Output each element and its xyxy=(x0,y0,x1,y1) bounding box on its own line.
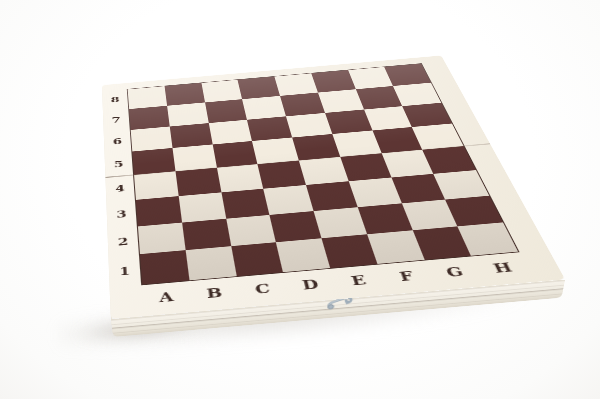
chess-board: 87654321 ABCDEFGH xyxy=(102,55,565,319)
square-d4[interactable] xyxy=(258,161,306,189)
square-f1[interactable] xyxy=(367,230,424,263)
board-rotation-wrapper: 87654321 ABCDEFGH xyxy=(89,0,512,379)
square-h3[interactable] xyxy=(433,170,489,199)
square-a4[interactable] xyxy=(134,171,178,199)
perspective-scene: 87654321 ABCDEFGH xyxy=(89,0,512,379)
square-c2[interactable] xyxy=(226,215,276,247)
square-h4[interactable] xyxy=(422,146,476,174)
rank-label-7: 7 xyxy=(103,109,130,132)
file-label-g: G xyxy=(425,256,485,287)
rank-label-3: 3 xyxy=(106,200,136,229)
square-e2[interactable] xyxy=(313,207,366,239)
photo-stage: 87654321 ABCDEFGH xyxy=(0,0,600,399)
square-g1[interactable] xyxy=(412,227,471,260)
square-b3[interactable] xyxy=(178,192,225,222)
file-label-a: A xyxy=(141,281,192,313)
square-g3[interactable] xyxy=(391,174,445,203)
square-d2[interactable] xyxy=(270,211,322,243)
square-e3[interactable] xyxy=(306,181,357,211)
latch-hook-icon xyxy=(324,290,362,316)
file-label-h: H xyxy=(472,252,533,283)
rank-label-4: 4 xyxy=(105,175,134,202)
rank-label-6: 6 xyxy=(104,129,132,153)
file-label-c: C xyxy=(236,273,290,305)
square-a2[interactable] xyxy=(138,222,185,254)
board-top-surface: 87654321 ABCDEFGH xyxy=(102,55,565,319)
square-f3[interactable] xyxy=(348,177,401,207)
square-d3[interactable] xyxy=(263,185,313,215)
square-a1[interactable] xyxy=(140,250,189,284)
square-a3[interactable] xyxy=(136,196,182,226)
square-f2[interactable] xyxy=(357,203,412,234)
square-c1[interactable] xyxy=(231,242,283,276)
square-b1[interactable] xyxy=(185,246,236,280)
square-g2[interactable] xyxy=(401,199,457,230)
square-c3[interactable] xyxy=(221,189,270,219)
rank-label-1: 1 xyxy=(108,255,141,288)
rank-label-2: 2 xyxy=(107,227,139,258)
square-c4[interactable] xyxy=(216,164,263,192)
file-label-f: F xyxy=(378,261,436,292)
square-h1[interactable] xyxy=(458,223,518,256)
rank-label-5: 5 xyxy=(105,152,134,178)
square-e1[interactable] xyxy=(322,234,378,268)
square-d1[interactable] xyxy=(276,238,330,272)
rank-label-8: 8 xyxy=(102,89,128,111)
board-grid xyxy=(127,63,520,285)
file-label-b: B xyxy=(188,277,240,309)
square-b4[interactable] xyxy=(175,168,221,196)
square-h2[interactable] xyxy=(445,195,503,226)
square-b2[interactable] xyxy=(182,218,231,250)
